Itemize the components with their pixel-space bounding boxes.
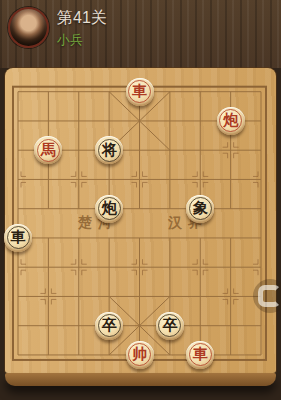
piece-black-車[interactable]: 車 [4,224,32,252]
piece-black-卒[interactable]: 卒 [156,312,184,340]
xiangqi-board: 楚河 汉界 車炮馬将炮象車卒卒帅車 [5,68,276,373]
header-bar: 第41关 小兵 [0,0,281,68]
player-avatar[interactable] [8,7,49,48]
rank-label: 小兵 [57,33,107,46]
piece-black-炮[interactable]: 炮 [95,195,123,223]
piece-black-将[interactable]: 将 [95,136,123,164]
piece-red-炮[interactable]: 炮 [217,107,245,135]
pieces-layer: 車炮馬将炮象車卒卒帅車 [3,77,276,370]
piece-red-車[interactable]: 車 [186,341,214,369]
piece-black-卒[interactable]: 卒 [95,312,123,340]
c-logo-icon [258,285,281,307]
floating-assistant-icon[interactable] [256,282,281,310]
level-label: 第41关 [57,10,107,26]
piece-red-帅[interactable]: 帅 [126,341,154,369]
piece-red-車[interactable]: 車 [126,78,154,106]
piece-red-馬[interactable]: 馬 [34,136,62,164]
piece-black-象[interactable]: 象 [186,195,214,223]
